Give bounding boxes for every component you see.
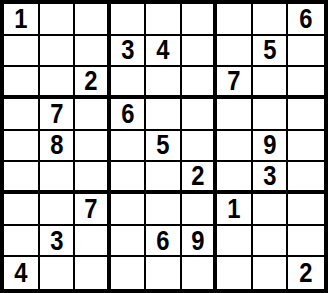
cell-r7c3[interactable]: 7 xyxy=(75,194,111,226)
cell-r5c9[interactable] xyxy=(288,131,324,163)
cell-r4c1[interactable] xyxy=(4,99,40,131)
cell-r9c8[interactable] xyxy=(253,257,289,289)
cell-r3c7[interactable]: 7 xyxy=(217,67,253,99)
cell-r6c9[interactable] xyxy=(288,162,324,194)
cell-r9c4[interactable] xyxy=(111,257,147,289)
given-digit: 6 xyxy=(121,100,134,128)
cell-r3c5[interactable] xyxy=(146,67,182,99)
cell-r4c2[interactable]: 7 xyxy=(40,99,76,131)
cell-r2c3[interactable] xyxy=(75,36,111,68)
cell-r6c1[interactable] xyxy=(4,162,40,194)
cell-r2c5[interactable]: 4 xyxy=(146,36,182,68)
cell-r9c7[interactable] xyxy=(217,257,253,289)
cell-r2c2[interactable] xyxy=(40,36,76,68)
cell-r4c3[interactable] xyxy=(75,99,111,131)
cell-r4c9[interactable] xyxy=(288,99,324,131)
cell-r5c7[interactable] xyxy=(217,131,253,163)
cell-r2c6[interactable] xyxy=(182,36,218,68)
given-digit: 2 xyxy=(84,67,97,95)
cell-r4c8[interactable] xyxy=(253,99,289,131)
given-digit: 7 xyxy=(50,100,63,128)
cell-r4c6[interactable] xyxy=(182,99,218,131)
cell-r5c6[interactable] xyxy=(182,131,218,163)
cell-r1c4[interactable] xyxy=(111,4,147,36)
given-digit: 4 xyxy=(14,259,27,287)
cell-r9c6[interactable] xyxy=(182,257,218,289)
cell-r6c7[interactable] xyxy=(217,162,253,194)
given-digit: 5 xyxy=(263,36,276,64)
given-digit: 1 xyxy=(14,5,27,33)
cell-r8c2[interactable]: 3 xyxy=(40,226,76,258)
cell-r3c3[interactable]: 2 xyxy=(75,67,111,99)
given-digit: 8 xyxy=(50,131,63,159)
cell-r6c4[interactable] xyxy=(111,162,147,194)
cell-r9c2[interactable] xyxy=(40,257,76,289)
cell-r9c9[interactable]: 2 xyxy=(288,257,324,289)
cell-r8c7[interactable] xyxy=(217,226,253,258)
cell-r9c3[interactable] xyxy=(75,257,111,289)
cell-r2c9[interactable] xyxy=(288,36,324,68)
cell-r8c4[interactable] xyxy=(111,226,147,258)
cell-r8c3[interactable] xyxy=(75,226,111,258)
cell-r2c1[interactable] xyxy=(4,36,40,68)
cell-r7c2[interactable] xyxy=(40,194,76,226)
cell-r4c5[interactable] xyxy=(146,99,182,131)
cell-r1c2[interactable] xyxy=(40,4,76,36)
cell-r8c9[interactable] xyxy=(288,226,324,258)
given-digit: 9 xyxy=(191,227,204,255)
cell-r1c8[interactable] xyxy=(253,4,289,36)
given-digit: 6 xyxy=(300,5,313,33)
cell-r7c5[interactable] xyxy=(146,194,182,226)
cell-r5c4[interactable] xyxy=(111,131,147,163)
given-digit: 7 xyxy=(84,195,97,223)
cell-r2c7[interactable] xyxy=(217,36,253,68)
cell-r3c6[interactable] xyxy=(182,67,218,99)
cell-r8c5[interactable]: 6 xyxy=(146,226,182,258)
cell-r3c9[interactable] xyxy=(288,67,324,99)
cell-r8c6[interactable]: 9 xyxy=(182,226,218,258)
cell-r5c1[interactable] xyxy=(4,131,40,163)
cell-r1c9[interactable]: 6 xyxy=(288,4,324,36)
cell-r1c1[interactable]: 1 xyxy=(4,4,40,36)
cell-r1c5[interactable] xyxy=(146,4,182,36)
given-digit: 9 xyxy=(263,131,276,159)
cell-r7c7[interactable]: 1 xyxy=(217,194,253,226)
given-digit: 2 xyxy=(300,259,313,287)
cell-r7c1[interactable] xyxy=(4,194,40,226)
cell-r2c8[interactable]: 5 xyxy=(253,36,289,68)
cell-r7c6[interactable] xyxy=(182,194,218,226)
given-digit: 3 xyxy=(50,227,63,255)
cell-r6c5[interactable] xyxy=(146,162,182,194)
cell-r7c9[interactable] xyxy=(288,194,324,226)
cell-r9c1[interactable]: 4 xyxy=(4,257,40,289)
cell-r5c5[interactable]: 5 xyxy=(146,131,182,163)
cell-r1c3[interactable] xyxy=(75,4,111,36)
sudoku-board: 163452776859237136942 xyxy=(0,0,328,293)
cell-r3c1[interactable] xyxy=(4,67,40,99)
given-digit: 7 xyxy=(227,67,240,95)
cell-r1c6[interactable] xyxy=(182,4,218,36)
cell-r3c8[interactable] xyxy=(253,67,289,99)
cell-r7c4[interactable] xyxy=(111,194,147,226)
cell-r5c8[interactable]: 9 xyxy=(253,131,289,163)
cell-r7c8[interactable] xyxy=(253,194,289,226)
given-digit: 1 xyxy=(227,195,240,223)
cell-r8c8[interactable] xyxy=(253,226,289,258)
given-digit: 3 xyxy=(263,162,276,190)
cell-r6c6[interactable]: 2 xyxy=(182,162,218,194)
given-digit: 4 xyxy=(156,36,169,64)
cell-r2c4[interactable]: 3 xyxy=(111,36,147,68)
given-digit: 2 xyxy=(191,162,204,190)
cell-r4c4[interactable]: 6 xyxy=(111,99,147,131)
cell-r6c8[interactable]: 3 xyxy=(253,162,289,194)
cell-r3c4[interactable] xyxy=(111,67,147,99)
cell-r9c5[interactable] xyxy=(146,257,182,289)
cell-r6c2[interactable] xyxy=(40,162,76,194)
cell-r5c2[interactable]: 8 xyxy=(40,131,76,163)
given-digit: 5 xyxy=(156,131,169,159)
given-digit: 3 xyxy=(121,36,134,64)
given-digit: 6 xyxy=(156,227,169,255)
cell-r8c1[interactable] xyxy=(4,226,40,258)
cell-r1c7[interactable] xyxy=(217,4,253,36)
cell-r3c2[interactable] xyxy=(40,67,76,99)
cell-r5c3[interactable] xyxy=(75,131,111,163)
cell-r4c7[interactable] xyxy=(217,99,253,131)
cell-r6c3[interactable] xyxy=(75,162,111,194)
